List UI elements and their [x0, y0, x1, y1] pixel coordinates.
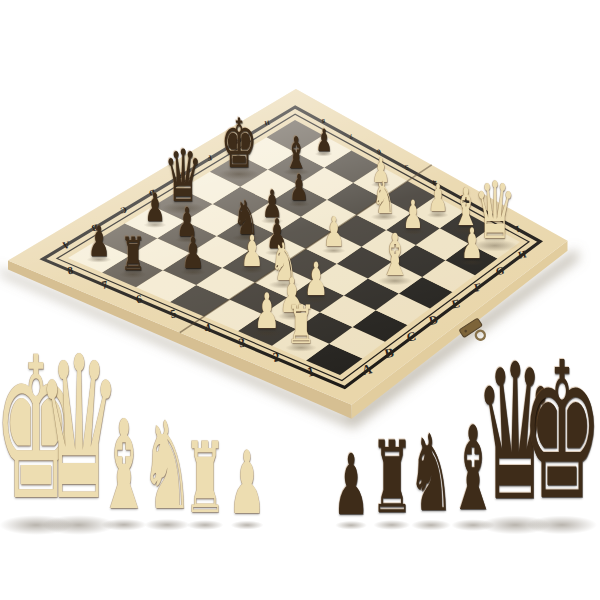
glare-overlay	[8, 89, 568, 405]
product-photo: AABBCCDDEEFFGGHH1122334455667788 ♟♟♛♚♜♟♝…	[0, 0, 600, 600]
chess-board: AABBCCDDEEFFGGHH1122334455667788	[0, 0, 600, 600]
